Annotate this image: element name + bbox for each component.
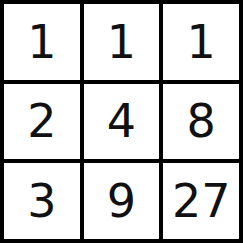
cell-r3c3: 27: [163, 163, 239, 239]
cell-r2c2: 4: [84, 84, 160, 160]
cell-r3c1: 3: [4, 163, 80, 239]
cell-r1c3: 1: [163, 4, 239, 80]
number-grid: 1 1 1 2 4 8 3 9 27: [0, 0, 243, 243]
cell-r1c2: 1: [84, 4, 160, 80]
cell-r2c3: 8: [163, 84, 239, 160]
cell-r3c2: 9: [84, 163, 160, 239]
cell-r1c1: 1: [4, 4, 80, 80]
cell-r2c1: 2: [4, 84, 80, 160]
